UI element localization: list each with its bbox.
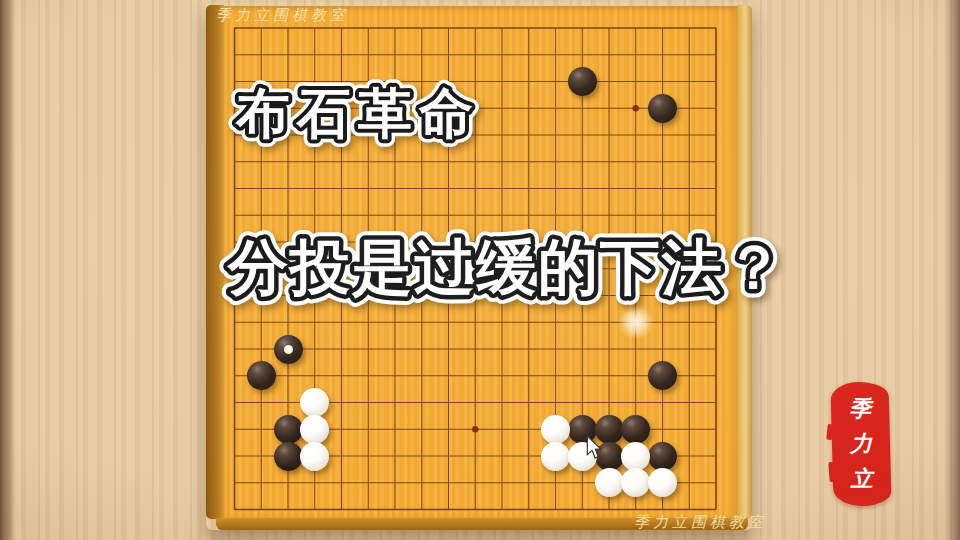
white-stone[interactable]	[300, 442, 329, 471]
seal-char: 立	[851, 468, 873, 490]
white-stone[interactable]	[300, 415, 329, 444]
seal-char: 季	[849, 398, 871, 420]
mouse-cursor	[585, 436, 603, 460]
svg-text:布石革命: 布石革命	[235, 83, 480, 143]
black-stone[interactable]	[648, 442, 677, 471]
black-stone[interactable]	[621, 415, 650, 444]
title-badge: 布石革命 布石革命 布石革命	[222, 74, 532, 154]
white-stone[interactable]	[595, 468, 624, 497]
red-seal: 季 力 立	[830, 381, 891, 506]
white-stone[interactable]	[541, 442, 570, 471]
star-point	[472, 426, 478, 432]
watermark-top: 季力立围棋教室	[216, 6, 349, 25]
watermark-bottom: 季力立围棋教室	[634, 513, 767, 532]
white-stone[interactable]	[621, 442, 650, 471]
black-stone[interactable]	[274, 415, 303, 444]
headline: 分投是过缓的下法？ 分投是过缓的下法？ 分投是过缓的下法？	[216, 222, 836, 318]
star-point	[633, 105, 639, 111]
white-stone[interactable]	[541, 415, 570, 444]
black-stone[interactable]	[247, 361, 276, 390]
svg-text:分投是过缓的下法？: 分投是过缓的下法？	[226, 234, 786, 301]
last-move-marker	[284, 345, 293, 354]
seal-char: 力	[850, 433, 872, 455]
black-stone[interactable]	[274, 442, 303, 471]
black-stone[interactable]	[648, 94, 677, 123]
black-stone[interactable]	[274, 335, 303, 364]
black-stone[interactable]	[568, 67, 597, 96]
